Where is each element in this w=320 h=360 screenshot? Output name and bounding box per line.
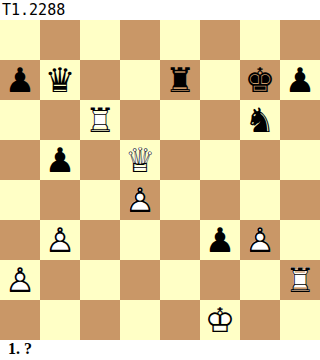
square-f2[interactable] [200,260,240,300]
square-g6[interactable]: ♞ [240,100,280,140]
square-d6[interactable] [120,100,160,140]
square-d4[interactable]: ♟ [120,180,160,220]
square-h4[interactable] [280,180,320,220]
piece-white-king: ♚ [200,300,240,340]
square-b6[interactable] [40,100,80,140]
square-g2[interactable] [240,260,280,300]
square-e2[interactable] [160,260,200,300]
square-e4[interactable] [160,180,200,220]
piece-white-pawn: ♟ [240,220,280,260]
square-a4[interactable] [0,180,40,220]
square-d7[interactable] [120,60,160,100]
square-d1[interactable] [120,300,160,340]
move-prompt: 1. ? [0,340,320,360]
square-f4[interactable] [200,180,240,220]
square-a8[interactable] [0,20,40,60]
square-e5[interactable] [160,140,200,180]
square-c3[interactable] [80,220,120,260]
piece-black-pawn: ♟ [200,220,240,260]
piece-black-pawn: ♟ [40,140,80,180]
square-e3[interactable] [160,220,200,260]
square-c8[interactable] [80,20,120,60]
square-h6[interactable] [280,100,320,140]
square-f5[interactable] [200,140,240,180]
square-h5[interactable] [280,140,320,180]
square-e1[interactable] [160,300,200,340]
square-f6[interactable] [200,100,240,140]
piece-white-pawn: ♟ [40,220,80,260]
square-d2[interactable] [120,260,160,300]
square-b7[interactable]: ♛ [40,60,80,100]
piece-black-king: ♚ [240,60,280,100]
square-a2[interactable]: ♟ [0,260,40,300]
square-g4[interactable] [240,180,280,220]
square-b5[interactable]: ♟ [40,140,80,180]
piece-black-pawn: ♟ [0,60,40,100]
square-f7[interactable] [200,60,240,100]
square-e8[interactable] [160,20,200,60]
square-b3[interactable]: ♟ [40,220,80,260]
square-a7[interactable]: ♟ [0,60,40,100]
piece-black-queen: ♛ [40,60,80,100]
chess-board: ♟♛♜♚♟♜♞♟♛♟♟♟♟♟♜♚ [0,20,320,340]
chess-puzzle-window: T1.2288 ♟♛♜♚♟♜♞♟♛♟♟♟♟♟♜♚ 1. ? [0,0,320,360]
square-b1[interactable] [40,300,80,340]
square-g3[interactable]: ♟ [240,220,280,260]
piece-black-pawn: ♟ [280,60,320,100]
square-h3[interactable] [280,220,320,260]
square-a1[interactable] [0,300,40,340]
square-h1[interactable] [280,300,320,340]
square-d3[interactable] [120,220,160,260]
square-c7[interactable] [80,60,120,100]
square-c2[interactable] [80,260,120,300]
square-g7[interactable]: ♚ [240,60,280,100]
square-e7[interactable]: ♜ [160,60,200,100]
square-g5[interactable] [240,140,280,180]
piece-white-queen: ♛ [120,140,160,180]
piece-white-pawn: ♟ [0,260,40,300]
square-h8[interactable] [280,20,320,60]
square-c1[interactable] [80,300,120,340]
piece-white-rook: ♜ [280,260,320,300]
square-h7[interactable]: ♟ [280,60,320,100]
square-b4[interactable] [40,180,80,220]
square-f8[interactable] [200,20,240,60]
square-c6[interactable]: ♜ [80,100,120,140]
square-e6[interactable] [160,100,200,140]
piece-black-rook: ♜ [160,60,200,100]
square-b2[interactable] [40,260,80,300]
square-g1[interactable] [240,300,280,340]
puzzle-id-title: T1.2288 [0,0,320,20]
square-c4[interactable] [80,180,120,220]
square-d5[interactable]: ♛ [120,140,160,180]
square-a6[interactable] [0,100,40,140]
square-g8[interactable] [240,20,280,60]
square-h2[interactable]: ♜ [280,260,320,300]
piece-white-pawn: ♟ [120,180,160,220]
square-d8[interactable] [120,20,160,60]
square-a3[interactable] [0,220,40,260]
square-b8[interactable] [40,20,80,60]
piece-white-rook: ♜ [80,100,120,140]
square-f3[interactable]: ♟ [200,220,240,260]
square-a5[interactable] [0,140,40,180]
piece-black-knight: ♞ [240,100,280,140]
square-c5[interactable] [80,140,120,180]
square-f1[interactable]: ♚ [200,300,240,340]
